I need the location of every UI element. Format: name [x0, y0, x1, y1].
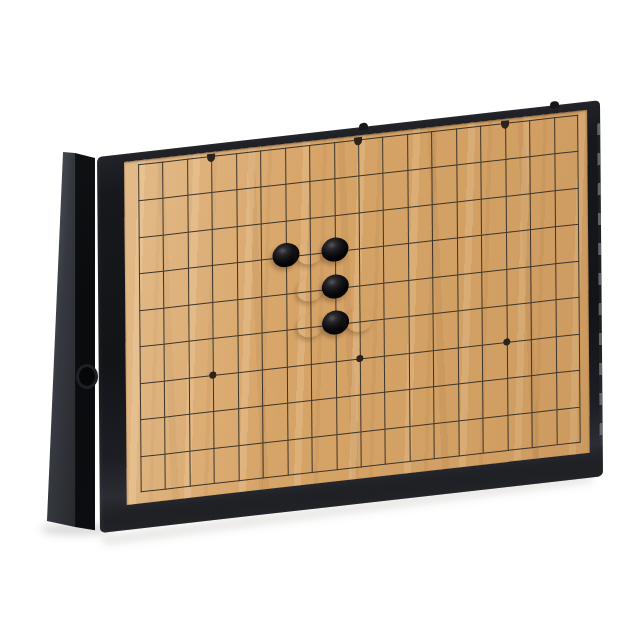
grid-cell: [506, 266, 531, 305]
grid-cell: [309, 179, 334, 218]
grid-cell: [139, 234, 164, 273]
grid-cell: [262, 330, 287, 369]
grid-cell: [164, 341, 189, 380]
grid-cell: [286, 327, 311, 366]
grid-cell: [407, 168, 432, 207]
grid-cell: [408, 313, 433, 352]
grid-cell: [554, 115, 579, 154]
grid-cell: [238, 369, 263, 408]
grid-cell: [312, 434, 337, 473]
grid-cell: [383, 170, 408, 209]
grid-cell: [213, 408, 238, 447]
clasp-ring: [76, 364, 98, 389]
grid-cell: [507, 375, 532, 414]
grid-cell: [336, 431, 361, 470]
grid-cell: [506, 302, 531, 341]
grid-cell: [188, 265, 213, 304]
grid-cell: [358, 137, 383, 176]
grid-cell: [482, 305, 507, 344]
grid-cell: [311, 397, 336, 436]
grid-cell: [238, 406, 263, 445]
grid-cell: [334, 176, 359, 215]
grid-cell: [529, 154, 554, 193]
grid-cell: [163, 268, 188, 307]
grid-cell: [237, 333, 262, 372]
grid-cell: [212, 190, 237, 229]
grid-cell: [237, 296, 262, 335]
grid-cell: [505, 120, 530, 159]
grid-cell: [139, 307, 164, 346]
grid-cell: [165, 450, 190, 489]
grid-cell: [310, 215, 335, 254]
grid-cell: [505, 193, 530, 232]
grid-cell: [311, 361, 336, 400]
grid-cell: [456, 199, 481, 238]
grid-cell: [385, 426, 410, 465]
grid-cell: [360, 355, 385, 394]
grid-cell: [531, 373, 556, 412]
grid-cell: [287, 364, 312, 403]
grid-cell: [187, 156, 212, 195]
grid-cell: [335, 285, 360, 324]
grid-cell: [287, 437, 312, 476]
hinge-pin: [359, 122, 368, 130]
grid-cell: [458, 344, 483, 383]
grid-cell: [359, 283, 384, 322]
grid-cell: [310, 252, 335, 291]
grid-cell: [213, 372, 238, 411]
grid-cell: [163, 159, 188, 198]
grid-cell: [359, 210, 384, 249]
grid-cell: [358, 173, 383, 212]
grid-cell: [261, 257, 286, 296]
grid-cell: [261, 221, 286, 260]
grid-cell: [409, 386, 434, 425]
grid-cell: [408, 277, 433, 316]
grid-cell: [530, 227, 555, 266]
grid-cell: [384, 316, 409, 355]
grid-cell: [285, 218, 310, 257]
grid-cell: [481, 159, 506, 198]
grid-cell: [261, 294, 286, 333]
grid-cell: [138, 162, 163, 201]
grid-cell: [212, 226, 237, 265]
grid-cell: [360, 319, 385, 358]
grid-cell: [236, 223, 261, 262]
grid-cell: [556, 406, 581, 445]
grid-cell: [335, 358, 360, 397]
hinge-pin: [550, 101, 559, 109]
product-photo-scene: [0, 0, 640, 640]
grid-cell: [310, 288, 335, 327]
grid-cell: [529, 117, 554, 156]
grid-cell: [285, 181, 310, 220]
grid-cell: [407, 131, 432, 170]
grid-cell: [385, 389, 410, 428]
grid-cell: [383, 243, 408, 282]
grid-cell: [531, 336, 556, 375]
grid-cell: [211, 153, 236, 192]
grid-cell: [555, 297, 580, 336]
grid-cell: [163, 232, 188, 271]
grid-cell: [213, 299, 238, 338]
grid-cell: [408, 241, 433, 280]
grid-cell: [481, 232, 506, 271]
grid-cell: [286, 254, 311, 293]
grid-cell: [237, 260, 262, 299]
grid-cell: [482, 342, 507, 381]
grid-cell: [530, 263, 555, 302]
grid-cell: [261, 184, 286, 223]
grid-cell: [311, 324, 336, 363]
grid-cell: [164, 378, 189, 417]
grid-cell: [432, 201, 457, 240]
grid-cell: [507, 339, 532, 378]
grid-cell: [334, 140, 359, 179]
grid-cell: [188, 302, 213, 341]
frame-edge-highlight: [597, 123, 603, 447]
grid-cell: [309, 142, 334, 181]
grid-cell: [138, 198, 163, 237]
grid-cell: [409, 350, 434, 389]
grid-cell: [334, 212, 359, 251]
grid-cell: [481, 269, 506, 308]
grid-cell: [213, 336, 238, 375]
grid-cell: [530, 190, 555, 229]
grid-cell: [507, 412, 532, 451]
grid-cell: [555, 333, 580, 372]
grid-cell: [384, 353, 409, 392]
grid-cell: [214, 445, 239, 484]
board-frame: [97, 100, 603, 533]
grid-cell: [188, 338, 213, 377]
grid-cell: [238, 442, 263, 481]
grid-cell: [481, 196, 506, 235]
grid-cell: [555, 224, 580, 263]
grid-cell: [263, 439, 288, 478]
grid-cell: [408, 204, 433, 243]
grid-cell: [457, 308, 482, 347]
grid-cell: [434, 420, 459, 459]
grid-cell: [556, 370, 581, 409]
grid-cell: [457, 235, 482, 274]
grid-cell: [505, 157, 530, 196]
grid-cell: [432, 238, 457, 277]
grid-cell: [531, 300, 556, 339]
grid-cell: [532, 409, 557, 448]
grid-cell: [431, 128, 456, 167]
grid-cell: [456, 162, 481, 201]
grid-cell: [480, 123, 505, 162]
grid-cell: [335, 249, 360, 288]
grid-cell: [165, 414, 190, 453]
grid-cell: [383, 134, 408, 173]
grid-cell: [506, 229, 531, 268]
goban-grid: [138, 115, 581, 493]
grid-cell: [140, 453, 165, 492]
grid-cell: [433, 311, 458, 350]
grid-cell: [262, 403, 287, 442]
grid-cell: [458, 417, 483, 456]
grid-cell: [458, 381, 483, 420]
grid-cell: [554, 151, 579, 190]
grid-cell: [433, 347, 458, 386]
grid-cell: [456, 126, 481, 165]
grid-cell: [483, 414, 508, 453]
grid-cell: [262, 366, 287, 405]
grid-cell: [188, 229, 213, 268]
grid-cell: [236, 187, 261, 226]
grid-cell: [140, 344, 165, 383]
grid-cell: [555, 260, 580, 299]
grid-cell: [335, 322, 360, 361]
grid-cell: [336, 395, 361, 434]
grid-cell: [433, 274, 458, 313]
grid-cell: [285, 145, 310, 184]
grid-cell: [139, 271, 164, 310]
grid-cell: [384, 280, 409, 319]
grid-cell: [457, 271, 482, 310]
grid-cell: [482, 378, 507, 417]
grid-cell: [359, 246, 384, 285]
grid-cell: [287, 400, 312, 439]
grid-cell: [189, 411, 214, 450]
go-board: [97, 100, 603, 533]
grid-cell: [236, 151, 261, 190]
grid-cell: [163, 195, 188, 234]
grid-cell: [140, 417, 165, 456]
grid-cell: [212, 263, 237, 302]
board-surface: [124, 110, 590, 505]
grid-cell: [189, 448, 214, 487]
grid-cell: [140, 380, 165, 419]
grid-cell: [432, 165, 457, 204]
grid-cell: [360, 428, 385, 467]
grid-cell: [409, 423, 434, 462]
grid-cell: [383, 207, 408, 246]
grid-cell: [554, 188, 579, 227]
grid-cell: [187, 193, 212, 232]
grid-cell: [260, 148, 285, 187]
grid-cell: [164, 305, 189, 344]
grid-cell: [189, 375, 214, 414]
grid-cell: [286, 291, 311, 330]
grid-cell: [360, 392, 385, 431]
grid-cell: [433, 384, 458, 423]
